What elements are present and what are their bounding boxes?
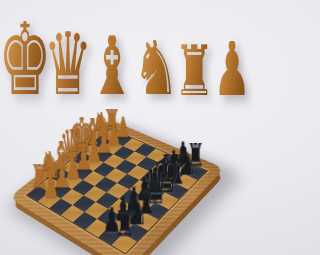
wood-knight-icon: ♞ xyxy=(133,40,180,97)
wood-pawn-icon: ♟ xyxy=(213,40,251,97)
wood-rook-icon: ♜ xyxy=(173,44,214,97)
black-rook: ♜ xyxy=(114,210,136,239)
square-a8: ♜ xyxy=(112,234,137,253)
piece-lineup: ♚ ♛ ♝ ♞ ♜ ♟ xyxy=(0,0,255,100)
chess-board: ♜♞♝♛♚♝♞♜♟♟♟♟♟♟♟♟♟♟♟♟♟♟♟♟♜♞♝♛♚♝♞♜ xyxy=(9,119,225,255)
wood-bishop-icon: ♝ xyxy=(89,35,136,97)
board-scene: ♜♞♝♛♚♝♞♜♟♟♟♟♟♟♟♟♟♟♟♟♟♟♟♟♜♞♝♛♚♝♞♜ xyxy=(0,95,255,255)
board-grid: ♜♞♝♛♚♝♞♜♟♟♟♟♟♟♟♟♟♟♟♟♟♟♟♟♜♞♝♛♚♝♞♜ xyxy=(26,128,208,254)
wood-queen-icon: ♛ xyxy=(43,31,92,97)
white-pawn: ♟ xyxy=(42,174,59,198)
